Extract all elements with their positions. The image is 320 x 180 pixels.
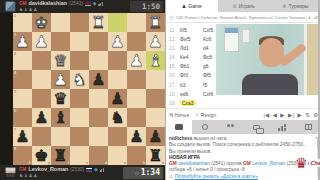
opening-name: C42 Petrov's Defense: Steinitz Attack, S… <box>175 15 320 20</box>
move-number: 19. <box>169 99 180 108</box>
piece-black-pawn: ♟ <box>127 127 146 146</box>
nav-first-button[interactable]: |◀ <box>263 112 269 118</box>
square-g3[interactable] <box>32 51 51 70</box>
gm-badge: GM <box>169 161 177 166</box>
square-e5[interactable] <box>70 89 89 108</box>
square-e6[interactable] <box>70 108 89 127</box>
tab-играть[interactable]: ⚔Играть <box>218 0 270 12</box>
tab-label: Играть <box>239 3 255 9</box>
bottom-player-avatar[interactable] <box>5 167 16 178</box>
move-number: 14. <box>169 53 180 62</box>
chat-link[interactable]: Попробуйте решить «Доска в шахте» <box>175 174 258 179</box>
chat-username[interactable]: nidlichess <box>169 136 192 141</box>
file-label: g <box>48 161 50 165</box>
chat-message: ⚠ Попробуйте решить «Доска в шахте» <box>169 174 313 180</box>
square-b1[interactable] <box>127 13 146 32</box>
square-h5[interactable]: 5 <box>13 89 32 108</box>
square-d6[interactable] <box>89 108 108 127</box>
square-h4[interactable]: 4 <box>13 70 32 89</box>
file-label: a <box>162 161 164 165</box>
chess-board: 1♚♜♜♟2♟♟♟3♛♟♝4♟♞♟5♛♟6♟♝♞♟7♟♟8h♚g♜fedcb♜a <box>13 13 165 165</box>
square-f3[interactable]: ♛ <box>51 51 70 70</box>
move-number: 17. <box>169 81 180 90</box>
chat-collapse-icon[interactable]: ˆ <box>311 135 313 140</box>
rank-label: 4 <box>14 71 16 75</box>
rank-label: 5 <box>14 90 16 94</box>
tab-турниры[interactable]: ⚜Турниры <box>269 0 320 12</box>
piece-black-pawn: ♟ <box>32 108 51 127</box>
calendar-on-wall <box>224 27 239 52</box>
square-f4[interactable]: ♟ <box>51 70 70 89</box>
square-a7[interactable]: ♟ <box>146 127 165 146</box>
square-b5[interactable] <box>127 89 146 108</box>
nav-last-button[interactable]: ▶| <box>288 112 294 118</box>
piece-white-knight: ♞ <box>70 70 89 89</box>
black-move[interactable] <box>203 99 226 108</box>
people-icon <box>227 124 235 130</box>
chat-text: (2541) против <box>210 161 243 166</box>
chat-message: Вы создали вызов. Поиск соперника с рейт… <box>169 142 313 148</box>
square-b8[interactable]: b <box>127 146 146 165</box>
chat-text: вышел из чата. <box>192 136 227 141</box>
square-g2[interactable]: ♟ <box>32 32 51 51</box>
square-b4[interactable] <box>127 70 146 89</box>
square-h1[interactable]: 1 <box>13 13 32 32</box>
move-number: 11. <box>169 26 180 35</box>
pawn-icon: ♟ <box>182 3 186 9</box>
nav-next-button[interactable]: ▶ <box>280 112 284 118</box>
streamer-torso <box>242 74 298 95</box>
square-e7[interactable] <box>70 127 89 146</box>
square-e4[interactable]: ♞ <box>70 70 89 89</box>
nav-analysis-button[interactable]: ⇅ <box>305 112 310 118</box>
square-d5[interactable] <box>89 89 108 108</box>
white-move[interactable]: Фb1 <box>180 62 203 71</box>
file-label: d <box>105 161 107 165</box>
piece-white-queen: ♛ <box>51 51 70 70</box>
resign-button[interactable]: ⚐ Resign <box>195 112 216 118</box>
square-a8[interactable]: ♜a <box>146 146 165 165</box>
file-label: h <box>29 161 31 165</box>
stats-tab[interactable] <box>269 120 295 134</box>
square-a3[interactable]: ♝ <box>146 51 165 70</box>
chat-user-link[interactable]: Levkov_Roman <box>251 161 286 166</box>
rank-label: 1 <box>14 14 16 18</box>
square-c4[interactable] <box>108 70 127 89</box>
bar-chart-icon <box>278 124 286 131</box>
white-move[interactable]: Кf5 <box>180 26 203 35</box>
square-a4[interactable] <box>146 70 165 89</box>
square-h6[interactable]: 6 <box>13 108 32 127</box>
paper-on-wall <box>242 29 250 43</box>
piece-white-pawn: ♟ <box>146 32 165 51</box>
rank-label: 3 <box>14 52 16 56</box>
square-d4[interactable]: ♟ <box>89 70 108 89</box>
square-h8[interactable]: 8h <box>13 146 32 165</box>
webcam-video <box>216 24 320 95</box>
file-label: c <box>124 161 126 165</box>
move-number: 18. <box>169 90 180 99</box>
tab-label: Game <box>188 3 202 9</box>
diamond-icon: ◆ <box>93 2 96 6</box>
tab-label: Турниры <box>288 3 308 9</box>
piece-white-pawn: ♟ <box>127 51 146 70</box>
square-e2[interactable] <box>70 32 89 51</box>
square-g5[interactable] <box>32 89 51 108</box>
piece-black-bishop: ♝ <box>51 108 70 127</box>
square-g8[interactable]: ♚g <box>32 146 51 165</box>
square-g4[interactable] <box>32 70 51 89</box>
square-b2[interactable] <box>127 32 146 51</box>
stream-screenshot: GM davidkalashian (2541) ◆ ♞♝♟♟ 1:50 1♚♜… <box>0 0 320 180</box>
clock-icon: ◷ <box>135 169 139 176</box>
square-g7[interactable] <box>32 127 51 146</box>
file-label: f <box>68 161 69 165</box>
chat-tab[interactable] <box>166 120 192 134</box>
top-captured-pieces: ♞♝♟♟ <box>19 7 38 12</box>
top-player-info: GM davidkalashian (2541) ◆ ♞♝♟♟ <box>19 1 103 12</box>
square-h2[interactable]: ♟2 <box>13 32 32 51</box>
bottom-captured-pieces: ♞♝♟♟ <box>19 173 38 178</box>
game-controls-bar: ½ Ничья ⚐ Resign |◀◀▶▶|▶⇅⚙ <box>166 108 320 120</box>
piece-black-pawn: ♟ <box>146 127 165 146</box>
white-move[interactable]: Лd1 <box>180 44 203 53</box>
opening-name-bar: ◷ C42 Petrov's Defense: Steinitz Attack,… <box>166 12 320 23</box>
file-label: b <box>143 161 145 165</box>
chat-bubble-icon <box>175 124 183 130</box>
trophy-icon: ⚜ <box>282 3 286 9</box>
square-d7[interactable] <box>89 127 108 146</box>
spectators-tab[interactable] <box>192 120 218 134</box>
stream-logo: ♛ Chess <box>295 156 320 170</box>
current-move[interactable]: Сха3 <box>180 100 196 106</box>
square-c2[interactable]: ♟ <box>108 32 127 51</box>
square-b6[interactable] <box>127 108 146 127</box>
square-c6[interactable]: ♞ <box>108 108 127 127</box>
crossed-swords-icon: ⚔ <box>232 3 236 9</box>
square-c3[interactable] <box>108 51 127 70</box>
russia-flag-icon <box>86 168 92 172</box>
file-label: e <box>86 161 88 165</box>
bottom-player-info: GM Levkov_Roman (2530) ◆ ♞♝♟♟ <box>19 167 104 178</box>
piece-black-pawn: ♟ <box>89 70 108 89</box>
move-row: 19.Сха3 <box>166 99 320 108</box>
diamond-icon: ◆ <box>94 168 97 172</box>
square-d2[interactable] <box>89 32 108 51</box>
square-f5[interactable]: ♛ <box>51 89 70 108</box>
rank-label: 6 <box>14 109 16 113</box>
square-c1[interactable] <box>108 13 127 32</box>
square-e8[interactable]: e <box>70 146 89 165</box>
move-number: 15. <box>169 62 180 71</box>
panel-tabs: ♟Game⚔Играть⚜Турниры <box>166 0 320 12</box>
piece-white-king: ♚ <box>32 13 51 32</box>
tab-game[interactable]: ♟Game <box>166 0 218 12</box>
white-move[interactable]: Фf3 <box>180 71 203 80</box>
square-c8[interactable]: c <box>108 146 127 165</box>
square-b3[interactable]: ♟ <box>127 51 146 70</box>
square-e1[interactable] <box>70 13 89 32</box>
square-d8[interactable]: d <box>89 146 108 165</box>
piece-white-rook: ♜ <box>89 13 108 32</box>
square-e3[interactable] <box>70 51 89 70</box>
top-player-clock: 1:50 <box>130 1 163 12</box>
square-a2[interactable]: ♟ <box>146 32 165 51</box>
nav-play-button[interactable]: ▶ <box>297 112 301 118</box>
piece-white-bishop: ♝ <box>146 51 165 70</box>
square-h3[interactable]: 3 <box>13 51 32 70</box>
white-move[interactable]: Фхf5 <box>180 35 203 44</box>
top-player-avatar[interactable] <box>5 1 16 12</box>
square-d3[interactable] <box>89 51 108 70</box>
rank-label: 7 <box>14 128 16 132</box>
resign-flag-icon: ⚐ <box>195 112 199 118</box>
friends-tab[interactable] <box>218 120 244 134</box>
white-move[interactable]: Ке4 <box>180 53 203 62</box>
move-number: 13. <box>169 44 180 53</box>
move-number: 12. <box>169 35 180 44</box>
draw-offer-button[interactable]: ½ Ничья <box>169 112 189 118</box>
rank-label: 8 <box>14 147 16 151</box>
square-a6[interactable] <box>146 108 165 127</box>
rank-label: 2 <box>14 33 16 37</box>
square-f7[interactable] <box>51 127 70 146</box>
side-panel: ♟Game⚔Играть⚜Турниры ◷ C42 Petrov's Defe… <box>165 0 320 180</box>
move-number: 16. <box>169 71 180 80</box>
square-f2[interactable] <box>51 32 70 51</box>
red-queen-logo-icon: ♛ <box>295 156 308 170</box>
square-a5[interactable] <box>146 89 165 108</box>
piece-white-pawn: ♟ <box>108 32 127 51</box>
piece-white-pawn: ♟ <box>51 70 70 89</box>
gift-icon <box>305 124 312 130</box>
gm-badge: GM <box>243 161 251 166</box>
clock-icon <box>202 124 208 130</box>
piece-black-pawn: ♟ <box>108 89 127 108</box>
move-navigation: |◀◀▶▶|▶⇅⚙ <box>263 112 318 118</box>
bottom-player-clock: ◷ 1:34 <box>123 167 163 179</box>
square-f1[interactable] <box>51 13 70 32</box>
logo-text: Chess <box>309 159 320 167</box>
square-g6[interactable]: ♟ <box>32 108 51 127</box>
bottom-player-bar: GM Levkov_Roman (2530) ◆ ♞♝♟♟ ◷ 1:34 <box>0 165 165 180</box>
piece-black-queen: ♛ <box>51 89 70 108</box>
signal-bars-icon <box>100 168 105 172</box>
top-player-bar: GM davidkalashian (2541) ◆ ♞♝♟♟ 1:50 <box>0 0 165 13</box>
piece-white-rook: ♜ <box>146 13 165 32</box>
square-a1[interactable]: ♜ <box>146 13 165 32</box>
piece-black-knight: ♞ <box>108 108 127 127</box>
square-b7[interactable]: ♟ <box>127 127 146 146</box>
square-g1[interactable]: ♚ <box>32 13 51 32</box>
square-c7[interactable] <box>108 127 127 146</box>
speech-bubbles-icon <box>253 125 260 130</box>
tool-tabs <box>166 120 320 134</box>
piece-white-pawn: ♟ <box>32 32 51 51</box>
square-d1[interactable]: ♜ <box>89 13 108 32</box>
opening-book-icon: ◷ <box>169 14 173 20</box>
square-c5[interactable]: ♟ <box>108 89 127 108</box>
white-move[interactable]: b3 <box>180 81 203 90</box>
armenia-flag-icon <box>85 2 91 6</box>
signal-bars-icon <box>98 2 103 6</box>
square-h7[interactable]: ♟7 <box>13 127 32 146</box>
chat-user-link[interactable]: davidkalashian <box>177 161 210 166</box>
white-move[interactable]: Сха3 <box>180 99 203 108</box>
gifts-tab[interactable] <box>295 120 320 134</box>
discussion-tab[interactable] <box>243 120 269 134</box>
square-f8[interactable]: ♜f <box>51 146 70 165</box>
nav-prev-button[interactable]: ◀ <box>273 112 277 118</box>
square-f6[interactable]: ♝ <box>51 108 70 127</box>
white-move[interactable]: еd6 <box>180 90 203 99</box>
